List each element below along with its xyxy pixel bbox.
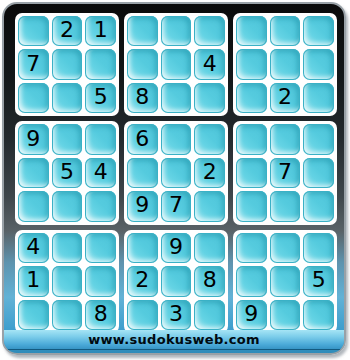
cell-r6c6[interactable] — [194, 191, 225, 221]
cell-r4c4[interactable]: 6 — [127, 124, 158, 154]
cell-r5c6[interactable]: 2 — [194, 158, 225, 188]
sudoku-board-frame: 217548295462977418928359 www.sudokusweb.… — [2, 2, 346, 355]
cell-r6c1[interactable] — [18, 191, 49, 221]
cell-r7c8[interactable] — [270, 233, 301, 263]
box-r1c3: 2 — [233, 13, 337, 116]
cell-r8c8[interactable] — [270, 266, 301, 296]
cell-r1c3[interactable]: 1 — [85, 16, 116, 46]
cell-r5c4[interactable] — [127, 158, 158, 188]
box-r3c1: 418 — [15, 230, 119, 333]
cell-r6c8[interactable] — [270, 191, 301, 221]
cell-r1c2[interactable]: 2 — [52, 16, 83, 46]
cell-r4c5[interactable] — [161, 124, 192, 154]
cell-r5c5[interactable] — [161, 158, 192, 188]
cell-r1c9[interactable] — [303, 16, 334, 46]
cell-r3c5[interactable] — [161, 83, 192, 113]
given-digit: 4 — [94, 161, 108, 183]
cell-r9c4[interactable] — [127, 300, 158, 330]
given-digit: 9 — [26, 128, 40, 150]
cell-r5c1[interactable] — [18, 158, 49, 188]
box-r3c3: 59 — [233, 230, 337, 333]
cell-r9c7[interactable]: 9 — [236, 300, 267, 330]
cell-r8c1[interactable]: 1 — [18, 266, 49, 296]
box-r2c3: 7 — [233, 121, 337, 224]
given-digit: 8 — [94, 303, 108, 325]
cell-r6c7[interactable] — [236, 191, 267, 221]
cell-r4c1[interactable]: 9 — [18, 124, 49, 154]
cell-r4c8[interactable] — [270, 124, 301, 154]
cell-r2c1[interactable]: 7 — [18, 49, 49, 79]
cell-r3c9[interactable] — [303, 83, 334, 113]
given-digit: 1 — [26, 269, 40, 291]
cell-r6c3[interactable] — [85, 191, 116, 221]
cell-r9c5[interactable]: 3 — [161, 300, 192, 330]
given-digit: 2 — [203, 161, 217, 183]
cell-r2c2[interactable] — [52, 49, 83, 79]
cell-r7c4[interactable] — [127, 233, 158, 263]
cell-r7c9[interactable] — [303, 233, 334, 263]
cell-r9c9[interactable] — [303, 300, 334, 330]
given-digit: 4 — [203, 53, 217, 75]
cell-r2c7[interactable] — [236, 49, 267, 79]
cell-r4c2[interactable] — [52, 124, 83, 154]
given-digit: 6 — [135, 128, 149, 150]
cell-r6c4[interactable]: 9 — [127, 191, 158, 221]
cell-r3c2[interactable] — [52, 83, 83, 113]
given-digit: 9 — [169, 236, 183, 258]
cell-r1c4[interactable] — [127, 16, 158, 46]
site-url-band[interactable]: www.sudokusweb.com — [4, 330, 344, 350]
cell-r9c3[interactable]: 8 — [85, 300, 116, 330]
cell-r7c7[interactable] — [236, 233, 267, 263]
cell-r9c6[interactable] — [194, 300, 225, 330]
cell-r8c9[interactable]: 5 — [303, 266, 334, 296]
given-digit: 2 — [60, 19, 74, 41]
cell-r8c5[interactable] — [161, 266, 192, 296]
cell-r2c8[interactable] — [270, 49, 301, 79]
cell-r8c2[interactable] — [52, 266, 83, 296]
cell-r3c3[interactable]: 5 — [85, 83, 116, 113]
box-r2c1: 954 — [15, 121, 119, 224]
cell-r1c5[interactable] — [161, 16, 192, 46]
cell-r1c1[interactable] — [18, 16, 49, 46]
cell-r2c9[interactable] — [303, 49, 334, 79]
box-r2c2: 6297 — [124, 121, 228, 224]
cell-r5c3[interactable]: 4 — [85, 158, 116, 188]
sudoku-board: 217548295462977418928359 — [15, 13, 337, 333]
cell-r7c2[interactable] — [52, 233, 83, 263]
cell-r1c7[interactable] — [236, 16, 267, 46]
box-r1c2: 48 — [124, 13, 228, 116]
cell-r7c5[interactable]: 9 — [161, 233, 192, 263]
cell-r4c7[interactable] — [236, 124, 267, 154]
cell-r5c2[interactable]: 5 — [52, 158, 83, 188]
given-digit: 3 — [169, 303, 183, 325]
cell-r3c4[interactable]: 8 — [127, 83, 158, 113]
given-digit: 5 — [60, 161, 74, 183]
box-r3c2: 9283 — [124, 230, 228, 333]
cell-r5c8[interactable]: 7 — [270, 158, 301, 188]
given-digit: 9 — [135, 194, 149, 216]
cell-r7c6[interactable] — [194, 233, 225, 263]
cell-r2c3[interactable] — [85, 49, 116, 79]
cell-r7c1[interactable]: 4 — [18, 233, 49, 263]
cell-r4c3[interactable] — [85, 124, 116, 154]
cell-r8c7[interactable] — [236, 266, 267, 296]
cell-r3c7[interactable] — [236, 83, 267, 113]
cell-r9c1[interactable] — [18, 300, 49, 330]
cell-r7c3[interactable] — [85, 233, 116, 263]
cell-r8c6[interactable]: 8 — [194, 266, 225, 296]
cell-r4c9[interactable] — [303, 124, 334, 154]
cell-r2c4[interactable] — [127, 49, 158, 79]
cell-r6c2[interactable] — [52, 191, 83, 221]
cell-r4c6[interactable] — [194, 124, 225, 154]
cell-r3c1[interactable] — [18, 83, 49, 113]
given-digit: 7 — [278, 161, 292, 183]
given-digit: 5 — [94, 86, 108, 108]
cell-r9c8[interactable] — [270, 300, 301, 330]
given-digit: 2 — [135, 269, 149, 291]
cell-r2c6[interactable]: 4 — [194, 49, 225, 79]
cell-r8c3[interactable] — [85, 266, 116, 296]
given-digit: 2 — [278, 86, 292, 108]
site-url-text: www.sudokusweb.com — [88, 332, 260, 347]
cell-r9c2[interactable] — [52, 300, 83, 330]
cell-r3c6[interactable] — [194, 83, 225, 113]
cell-r6c9[interactable] — [303, 191, 334, 221]
given-digit: 5 — [312, 269, 326, 291]
cell-r8c4[interactable]: 2 — [127, 266, 158, 296]
box-r1c1: 2175 — [15, 13, 119, 116]
given-digit: 1 — [94, 19, 108, 41]
cell-r3c8[interactable]: 2 — [270, 83, 301, 113]
given-digit: 8 — [203, 269, 217, 291]
given-digit: 8 — [135, 86, 149, 108]
cell-r6c5[interactable]: 7 — [161, 191, 192, 221]
given-digit: 9 — [244, 303, 258, 325]
cell-r1c6[interactable] — [194, 16, 225, 46]
cell-r2c5[interactable] — [161, 49, 192, 79]
given-digit: 7 — [169, 194, 183, 216]
cell-r1c8[interactable] — [270, 16, 301, 46]
cell-r5c7[interactable] — [236, 158, 267, 188]
cell-r5c9[interactable] — [303, 158, 334, 188]
given-digit: 4 — [26, 236, 40, 258]
given-digit: 7 — [26, 53, 40, 75]
